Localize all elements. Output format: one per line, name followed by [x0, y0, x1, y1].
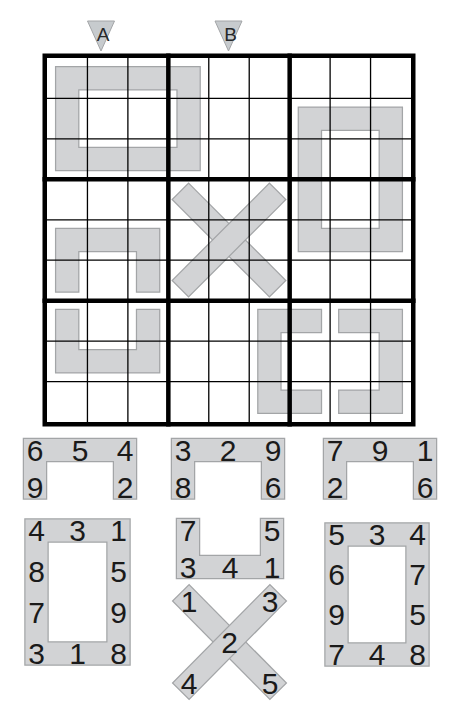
cell-r1c4[interactable] — [168, 58, 208, 98]
cell-r1c8[interactable] — [330, 58, 370, 98]
clue-digit: 4 — [222, 551, 239, 584]
cell-r9c7[interactable] — [290, 382, 330, 422]
cell-r3c9[interactable] — [371, 139, 411, 179]
clue-diagrams: 6549232986791264318579318753415346795748… — [27, 434, 434, 700]
cell-r2c1[interactable] — [47, 98, 87, 138]
cell-r1c9[interactable] — [371, 58, 411, 98]
clue-digit: 5 — [262, 667, 279, 700]
cell-r6c5[interactable] — [209, 260, 249, 300]
clue-arch-3: 79126 — [327, 434, 434, 505]
clue-ring-2: 5346795748 — [328, 518, 426, 671]
cell-r4c6[interactable] — [249, 179, 289, 219]
clue-digit: 9 — [372, 434, 389, 467]
cell-r1c5[interactable] — [209, 58, 249, 98]
cell-r2c5[interactable] — [209, 98, 249, 138]
cell-r6c1[interactable] — [47, 260, 87, 300]
cell-r4c5[interactable] — [209, 179, 249, 219]
cell-r7c2[interactable] — [87, 301, 127, 341]
cell-r4c8[interactable] — [330, 179, 370, 219]
cell-r9c8[interactable] — [330, 382, 370, 422]
cell-r3c7[interactable] — [290, 139, 330, 179]
clue-digit: 3 — [180, 551, 197, 584]
clue-ring-1: 4318579318 — [28, 514, 127, 670]
cell-r4c3[interactable] — [128, 179, 168, 219]
cell-r2c4[interactable] — [168, 98, 208, 138]
clue-digit: 3 — [369, 518, 386, 551]
cell-r6c7[interactable] — [290, 260, 330, 300]
clue-digit: 9 — [27, 471, 44, 504]
cell-r6c4[interactable] — [168, 260, 208, 300]
clue-digit: 3 — [175, 434, 192, 467]
clue-digit: 4 — [369, 638, 386, 671]
clue-digit: 7 — [328, 638, 345, 671]
clue-digit: 1 — [181, 585, 198, 618]
cell-r4c7[interactable] — [290, 179, 330, 219]
cell-r7c7[interactable] — [290, 301, 330, 341]
cell-r2c8[interactable] — [330, 98, 370, 138]
cell-r5c7[interactable] — [290, 220, 330, 260]
sudoku-board — [47, 58, 411, 422]
clue-digit: 1 — [110, 514, 127, 547]
cell-r8c5[interactable] — [209, 341, 249, 381]
clue-digit: 6 — [328, 558, 345, 591]
shape-outline — [337, 535, 418, 655]
cell-r1c2[interactable] — [87, 58, 127, 98]
clue-digit: 9 — [110, 596, 127, 629]
cell-r1c6[interactable] — [249, 58, 289, 98]
marker-label: A — [97, 24, 110, 45]
cell-r7c1[interactable] — [47, 301, 87, 341]
cell-r1c1[interactable] — [47, 58, 87, 98]
clue-digit: 5 — [264, 514, 281, 547]
clue-digit: 4 — [28, 514, 45, 547]
cell-r8c6[interactable] — [249, 341, 289, 381]
clue-digit: 4 — [181, 667, 198, 700]
cell-r4c4[interactable] — [168, 179, 208, 219]
clue-digit: 6 — [417, 471, 434, 504]
cell-r6c3[interactable] — [128, 260, 168, 300]
cell-r6c2[interactable] — [87, 260, 127, 300]
cell-r8c8[interactable] — [330, 341, 370, 381]
cell-r3c3[interactable] — [128, 139, 168, 179]
cell-r5c3[interactable] — [128, 220, 168, 260]
cell-r9c6[interactable] — [249, 382, 289, 422]
clue-digit: 7 — [327, 434, 344, 467]
cell-r7c3[interactable] — [128, 301, 168, 341]
cell-r5c4[interactable] — [168, 220, 208, 260]
clue-digit: 8 — [110, 637, 127, 670]
clue-arch-1: 65492 — [27, 434, 134, 505]
clue-digit: 7 — [28, 596, 45, 629]
cell-r2c9[interactable] — [371, 98, 411, 138]
cell-r8c4[interactable] — [168, 341, 208, 381]
cell-r3c2[interactable] — [87, 139, 127, 179]
cell-r9c3[interactable] — [128, 382, 168, 422]
clue-digit: 7 — [180, 514, 197, 547]
cell-r7c9[interactable] — [371, 301, 411, 341]
cell-r5c8[interactable] — [330, 220, 370, 260]
clue-digit: 3 — [28, 637, 45, 670]
cell-r2c2[interactable] — [87, 98, 127, 138]
clue-digit: 5 — [110, 555, 127, 588]
clue-digit: 2 — [220, 434, 237, 467]
clue-cross: 13245 — [181, 585, 279, 700]
column-markers: AB — [88, 21, 243, 51]
cell-r5c5[interactable] — [209, 220, 249, 260]
clue-digit: 9 — [265, 434, 282, 467]
cell-r9c9[interactable] — [371, 382, 411, 422]
cell-r5c6[interactable] — [249, 220, 289, 260]
cell-r5c1[interactable] — [47, 220, 87, 260]
cell-r9c5[interactable] — [209, 382, 249, 422]
clue-digit: 2 — [221, 626, 238, 659]
cell-r4c1[interactable] — [47, 179, 87, 219]
clue-digit: 3 — [262, 585, 279, 618]
cell-r5c9[interactable] — [371, 220, 411, 260]
clue-digit: 8 — [409, 638, 426, 671]
cell-r7c5[interactable] — [209, 301, 249, 341]
cell-r9c1[interactable] — [47, 382, 87, 422]
marker-A: A — [88, 21, 115, 51]
clue-digit: 4 — [117, 434, 134, 467]
cell-r8c2[interactable] — [87, 341, 127, 381]
cell-r7c8[interactable] — [330, 301, 370, 341]
cell-r2c3[interactable] — [128, 98, 168, 138]
cell-r1c3[interactable] — [128, 58, 168, 98]
clue-digit: 8 — [28, 555, 45, 588]
clue-digit: 6 — [27, 434, 44, 467]
cell-r1c7[interactable] — [290, 58, 330, 98]
puzzle-page: AB 6549232986791264318579318753415346795… — [0, 0, 459, 719]
cell-r3c4[interactable] — [168, 139, 208, 179]
marker-B: B — [215, 21, 242, 51]
cell-r8c9[interactable] — [371, 341, 411, 381]
cell-r9c4[interactable] — [168, 382, 208, 422]
shape-outline — [37, 531, 119, 654]
cell-r7c4[interactable] — [168, 301, 208, 341]
cell-r3c8[interactable] — [330, 139, 370, 179]
clue-digit: 2 — [117, 471, 134, 504]
clue-digit: 1 — [69, 637, 86, 670]
clue-digit: 5 — [72, 434, 89, 467]
cell-r6c9[interactable] — [371, 260, 411, 300]
cell-r9c2[interactable] — [87, 382, 127, 422]
clue-cup: 75341 — [180, 514, 281, 584]
cell-r6c8[interactable] — [330, 260, 370, 300]
cell-r5c2[interactable] — [87, 220, 127, 260]
cell-r3c5[interactable] — [209, 139, 249, 179]
cell-r4c9[interactable] — [371, 179, 411, 219]
clue-digit: 6 — [265, 471, 282, 504]
clue-digit: 2 — [327, 471, 344, 504]
clue-digit: 5 — [409, 598, 426, 631]
cell-r7c6[interactable] — [249, 301, 289, 341]
clue-digit: 4 — [409, 518, 426, 551]
clue-arch-2: 32986 — [175, 434, 282, 505]
cell-r3c6[interactable] — [249, 139, 289, 179]
clue-digit: 5 — [328, 518, 345, 551]
cell-r6c6[interactable] — [249, 260, 289, 300]
clue-digit: 7 — [409, 558, 426, 591]
cell-r2c7[interactable] — [290, 98, 330, 138]
cell-r4c2[interactable] — [87, 179, 127, 219]
shape-fill — [37, 531, 119, 654]
cell-r8c3[interactable] — [128, 341, 168, 381]
clue-digit: 9 — [328, 598, 345, 631]
clue-digit: 1 — [264, 551, 281, 584]
marker-label: B — [224, 24, 237, 45]
cell-r8c7[interactable] — [290, 341, 330, 381]
cell-r8c1[interactable] — [47, 341, 87, 381]
clue-digit: 8 — [175, 471, 192, 504]
cell-r3c1[interactable] — [47, 139, 87, 179]
cell-r2c6[interactable] — [249, 98, 289, 138]
clue-digit: 1 — [417, 434, 434, 467]
clue-digit: 3 — [69, 514, 86, 547]
